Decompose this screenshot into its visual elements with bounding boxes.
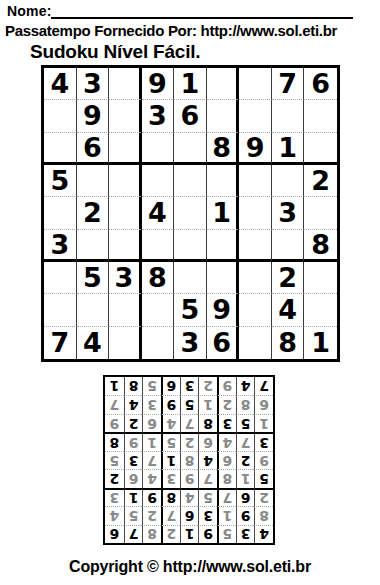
puzzle-cell <box>174 230 207 262</box>
name-label: Nome: <box>7 3 52 19</box>
solution-cell: 5 <box>254 469 273 487</box>
solution-cell: 4 <box>124 395 143 413</box>
puzzle-cell <box>174 197 207 229</box>
solution-cell: 4 <box>142 469 161 487</box>
solution-cell: 2 <box>105 469 124 487</box>
solution-cell: 9 <box>217 377 236 395</box>
puzzle-cell <box>239 230 272 262</box>
solution-cell: 6 <box>236 488 255 506</box>
puzzle-cell <box>44 100 77 132</box>
puzzle-cell <box>142 294 175 326</box>
solution-cell: 3 <box>198 506 217 524</box>
puzzle-cell <box>207 68 240 100</box>
solution-cell: 3 <box>254 432 273 450</box>
puzzle-cell <box>304 133 337 165</box>
solution-cell: 5 <box>217 525 236 543</box>
puzzle-cell <box>44 262 77 294</box>
puzzle-cell: 6 <box>207 327 240 359</box>
puzzle-cell: 3 <box>272 197 305 229</box>
solution-cell: 9 <box>198 525 217 543</box>
puzzle-cell: 4 <box>44 68 77 100</box>
puzzle-cell <box>142 327 175 359</box>
solution-cell: 3 <box>124 451 143 469</box>
puzzle-cell <box>109 133 142 165</box>
puzzle-cell: 1 <box>304 327 337 359</box>
puzzle-cell: 6 <box>304 68 337 100</box>
puzzle-cell <box>304 262 337 294</box>
solution-cell: 8 <box>124 377 143 395</box>
solution-cell: 9 <box>124 432 143 450</box>
solution-cell: 6 <box>161 377 180 395</box>
puzzle-cell <box>109 327 142 359</box>
puzzle-cell <box>272 230 305 262</box>
solution-cell: 4 <box>180 488 199 506</box>
puzzle-cell <box>239 197 272 229</box>
puzzle-cell: 8 <box>304 230 337 262</box>
solution-cell: 8 <box>180 451 199 469</box>
puzzle-cell <box>207 262 240 294</box>
solution-cell: 4 <box>198 451 217 469</box>
solution-cell: 7 <box>105 395 124 413</box>
solution-cell: 9 <box>236 506 255 524</box>
puzzle-cell <box>109 230 142 262</box>
puzzle-cell: 3 <box>44 230 77 262</box>
solution-cell: 8 <box>254 506 273 524</box>
page-title: Sudoku Nível Fácil. <box>30 41 200 63</box>
puzzle-cell: 3 <box>142 100 175 132</box>
puzzle-cell <box>109 294 142 326</box>
puzzle-cell <box>304 197 337 229</box>
puzzle-cell: 2 <box>77 197 110 229</box>
solution-cell: 6 <box>254 395 273 413</box>
solution-cell: 2 <box>142 506 161 524</box>
solution-cell: 6 <box>198 432 217 450</box>
puzzle-cell <box>207 230 240 262</box>
solution-cell: 8 <box>161 488 180 506</box>
solution-cell: 1 <box>198 395 217 413</box>
puzzle-cell <box>142 230 175 262</box>
puzzle-cell: 8 <box>142 262 175 294</box>
puzzle-cell <box>239 68 272 100</box>
puzzle-cell: 5 <box>44 165 77 197</box>
puzzle-cell <box>239 165 272 197</box>
puzzle-cell <box>272 165 305 197</box>
puzzle-cell <box>109 197 142 229</box>
solution-cell: 3 <box>161 469 180 487</box>
solution-cell: 9 <box>105 414 124 432</box>
solution-cell: 6 <box>124 469 143 487</box>
solution-cell: 1 <box>105 377 124 395</box>
puzzle-cell <box>44 197 77 229</box>
solution-cell: 8 <box>217 469 236 487</box>
solution-grid: 4359128768913672542675489135187934629264… <box>103 375 275 545</box>
puzzle-cell: 9 <box>142 68 175 100</box>
puzzle-cell: 2 <box>272 262 305 294</box>
puzzle-cell <box>272 100 305 132</box>
solution-cell: 1 <box>236 469 255 487</box>
puzzle-cell <box>77 165 110 197</box>
solution-cell: 1 <box>254 414 273 432</box>
solution-cell: 9 <box>142 488 161 506</box>
puzzle-grid: 4391769366891522413385382594743681 <box>41 65 340 362</box>
solution-cell: 7 <box>236 432 255 450</box>
solution-cell: 7 <box>217 488 236 506</box>
puzzle-cell <box>239 327 272 359</box>
solution-cell: 6 <box>105 525 124 543</box>
puzzle-cell <box>304 294 337 326</box>
solution-cell: 7 <box>254 377 273 395</box>
puzzle-cell <box>304 100 337 132</box>
puzzle-cell: 1 <box>174 68 207 100</box>
puzzle-cell <box>109 165 142 197</box>
solution-cell: 5 <box>124 506 143 524</box>
puzzle-cell <box>77 294 110 326</box>
solution-cell: 9 <box>254 451 273 469</box>
puzzle-cell: 6 <box>174 100 207 132</box>
solution-cell: 3 <box>236 525 255 543</box>
solution-cell: 1 <box>142 432 161 450</box>
provider-line: Passatempo Fornecido Por: http://www.sol… <box>5 22 337 39</box>
solution-cell: 8 <box>236 395 255 413</box>
solution-cell: 7 <box>198 469 217 487</box>
puzzle-cell <box>109 100 142 132</box>
puzzle-cell: 6 <box>77 133 110 165</box>
puzzle-cell: 5 <box>77 262 110 294</box>
solution-cell: 5 <box>236 414 255 432</box>
puzzle-cell: 9 <box>239 133 272 165</box>
puzzle-cell <box>207 100 240 132</box>
puzzle-cell <box>44 294 77 326</box>
solution-cell: 1 <box>180 525 199 543</box>
solution-cell: 3 <box>217 414 236 432</box>
name-row: Nome: <box>7 2 353 20</box>
puzzle-cell: 1 <box>272 133 305 165</box>
puzzle-cell: 1 <box>207 197 240 229</box>
name-underline <box>51 17 353 19</box>
solution-cell: 2 <box>217 395 236 413</box>
puzzle-cell: 9 <box>77 100 110 132</box>
solution-cell: 1 <box>124 488 143 506</box>
solution-cell: 6 <box>180 506 199 524</box>
solution-cell: 6 <box>217 451 236 469</box>
puzzle-cell: 7 <box>44 327 77 359</box>
puzzle-cell: 4 <box>142 197 175 229</box>
solution-cell: 6 <box>142 414 161 432</box>
puzzle-cell <box>109 68 142 100</box>
puzzle-cell: 3 <box>174 327 207 359</box>
solution-cell: 2 <box>254 488 273 506</box>
footer-copyright: Copyright © http://www.sol.eti.br <box>0 558 380 576</box>
solution-cell: 5 <box>180 395 199 413</box>
puzzle-cell: 4 <box>272 294 305 326</box>
solution-cell: 8 <box>105 432 124 450</box>
solution-cell: 5 <box>198 488 217 506</box>
solution-cell: 7 <box>142 451 161 469</box>
solution-cell: 1 <box>161 451 180 469</box>
puzzle-cell <box>142 133 175 165</box>
solution-cell: 4 <box>217 432 236 450</box>
solution-cell: 9 <box>180 469 199 487</box>
solution-cell: 7 <box>180 414 199 432</box>
puzzle-cell <box>174 133 207 165</box>
puzzle-cell: 8 <box>207 133 240 165</box>
solution-cell: 2 <box>198 377 217 395</box>
solution-cell: 3 <box>142 395 161 413</box>
solution-cell: 4 <box>105 506 124 524</box>
puzzle-cell <box>77 230 110 262</box>
solution-cell: 5 <box>105 451 124 469</box>
puzzle-cell <box>239 294 272 326</box>
solution-cell: 3 <box>180 377 199 395</box>
solution-cell: 2 <box>124 414 143 432</box>
puzzle-cell: 5 <box>174 294 207 326</box>
solution-cell: 2 <box>236 451 255 469</box>
solution-cell: 4 <box>254 525 273 543</box>
puzzle-cell <box>174 262 207 294</box>
solution-cell: 2 <box>161 525 180 543</box>
puzzle-cell: 3 <box>109 262 142 294</box>
puzzle-cell: 3 <box>77 68 110 100</box>
puzzle-cell <box>239 100 272 132</box>
worksheet-page: Nome: Passatempo Fornecido Por: http://w… <box>0 0 380 585</box>
puzzle-cell <box>44 133 77 165</box>
puzzle-cell <box>174 165 207 197</box>
puzzle-cell: 7 <box>272 68 305 100</box>
solution-cell: 4 <box>236 377 255 395</box>
puzzle-cell: 4 <box>77 327 110 359</box>
puzzle-cell <box>142 165 175 197</box>
puzzle-cell <box>207 165 240 197</box>
solution-cell: 9 <box>161 395 180 413</box>
solution-cell: 8 <box>142 525 161 543</box>
solution-cell: 1 <box>217 506 236 524</box>
solution-cell: 7 <box>161 506 180 524</box>
solution-cell: 7 <box>124 525 143 543</box>
puzzle-cell: 8 <box>272 327 305 359</box>
puzzle-cell <box>239 262 272 294</box>
solution-cell: 8 <box>198 414 217 432</box>
puzzle-cell: 9 <box>207 294 240 326</box>
puzzle-cell: 2 <box>304 165 337 197</box>
solution-cell: 5 <box>161 432 180 450</box>
solution-cell: 3 <box>105 488 124 506</box>
solution-cell: 5 <box>142 377 161 395</box>
solution-cell: 4 <box>161 414 180 432</box>
solution-cell: 2 <box>180 432 199 450</box>
